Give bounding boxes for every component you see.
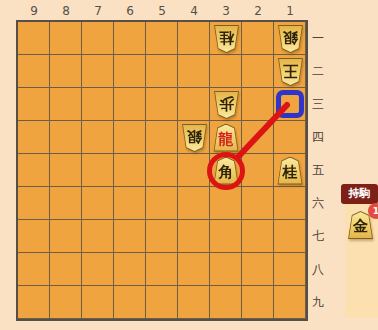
board-square-5五[interactable] xyxy=(146,154,178,187)
board-square-7九[interactable] xyxy=(82,286,114,319)
shogi-board xyxy=(16,20,308,321)
board-square-7五[interactable] xyxy=(82,154,114,187)
piece-gote-銀-4四[interactable]: 銀 xyxy=(181,124,208,152)
board-square-2七[interactable] xyxy=(242,220,274,253)
rank-label-八: 八 xyxy=(310,253,326,286)
piece-glyph-歩: 歩 xyxy=(213,96,240,111)
board-square-2四[interactable] xyxy=(242,121,274,154)
rank-label-三: 三 xyxy=(310,88,326,121)
file-label-8: 8 xyxy=(50,3,82,19)
board-square-7三[interactable] xyxy=(82,88,114,121)
rank-label-九: 九 xyxy=(310,286,326,319)
board-square-3七[interactable] xyxy=(210,220,242,253)
board-square-6四[interactable] xyxy=(114,121,146,154)
board-square-8九[interactable] xyxy=(50,286,82,319)
board-square-7八[interactable] xyxy=(82,253,114,286)
piece-glyph-金: 金 xyxy=(347,219,374,234)
file-label-1: 1 xyxy=(274,3,306,19)
board-square-8四[interactable] xyxy=(50,121,82,154)
selected-piece-circle xyxy=(207,152,245,190)
board-square-6三[interactable] xyxy=(114,88,146,121)
board-square-2三[interactable] xyxy=(242,88,274,121)
board-square-5六[interactable] xyxy=(146,187,178,220)
board-square-4六[interactable] xyxy=(178,187,210,220)
board-square-5一[interactable] xyxy=(146,22,178,55)
board-square-5七[interactable] xyxy=(146,220,178,253)
file-label-2: 2 xyxy=(242,3,274,19)
move-target-highlight[interactable] xyxy=(276,90,304,118)
piece-glyph-龍: 龍 xyxy=(213,132,240,147)
piece-sente-龍-3四[interactable]: 龍 xyxy=(213,124,240,152)
board-square-5九[interactable] xyxy=(146,286,178,319)
board-square-4三[interactable] xyxy=(178,88,210,121)
board-square-8三[interactable] xyxy=(50,88,82,121)
board-square-1六[interactable] xyxy=(274,187,306,220)
board-square-4五[interactable] xyxy=(178,154,210,187)
board-square-1九[interactable] xyxy=(274,286,306,319)
piece-glyph-銀: 銀 xyxy=(277,30,304,45)
board-square-9二[interactable] xyxy=(18,55,50,88)
piece-glyph-王: 王 xyxy=(277,63,304,78)
board-square-9四[interactable] xyxy=(18,121,50,154)
board-square-8一[interactable] xyxy=(50,22,82,55)
board-square-9六[interactable] xyxy=(18,187,50,220)
board-square-2五[interactable] xyxy=(242,154,274,187)
board-square-1七[interactable] xyxy=(274,220,306,253)
board-square-5八[interactable] xyxy=(146,253,178,286)
board-square-3八[interactable] xyxy=(210,253,242,286)
board-square-9八[interactable] xyxy=(18,253,50,286)
file-label-5: 5 xyxy=(146,3,178,19)
board-square-8五[interactable] xyxy=(50,154,82,187)
board-square-9三[interactable] xyxy=(18,88,50,121)
board-square-5四[interactable] xyxy=(146,121,178,154)
board-square-9一[interactable] xyxy=(18,22,50,55)
hand-piece-金[interactable]: 金 xyxy=(347,211,374,239)
board-square-6七[interactable] xyxy=(114,220,146,253)
file-label-3: 3 xyxy=(210,3,242,19)
board-square-7七[interactable] xyxy=(82,220,114,253)
board-square-6一[interactable] xyxy=(114,22,146,55)
board-square-4九[interactable] xyxy=(178,286,210,319)
board-square-7四[interactable] xyxy=(82,121,114,154)
rank-label-四: 四 xyxy=(310,121,326,154)
board-square-4二[interactable] xyxy=(178,55,210,88)
board-square-6九[interactable] xyxy=(114,286,146,319)
board-square-6五[interactable] xyxy=(114,154,146,187)
piece-gote-王-1二[interactable]: 王 xyxy=(277,58,304,86)
rank-label-一: 一 xyxy=(310,22,326,55)
board-square-1四[interactable] xyxy=(274,121,306,154)
board-square-8二[interactable] xyxy=(50,55,82,88)
board-square-3二[interactable] xyxy=(210,55,242,88)
piece-glyph-桂: 桂 xyxy=(213,30,240,45)
file-label-4: 4 xyxy=(178,3,210,19)
board-square-8七[interactable] xyxy=(50,220,82,253)
piece-glyph-銀: 銀 xyxy=(181,129,208,144)
board-square-7六[interactable] xyxy=(82,187,114,220)
board-square-5二[interactable] xyxy=(146,55,178,88)
board-square-9七[interactable] xyxy=(18,220,50,253)
board-square-3九[interactable] xyxy=(210,286,242,319)
file-label-9: 9 xyxy=(18,3,50,19)
board-square-2一[interactable] xyxy=(242,22,274,55)
rank-label-二: 二 xyxy=(310,55,326,88)
board-square-6八[interactable] xyxy=(114,253,146,286)
piece-gote-歩-3三[interactable]: 歩 xyxy=(213,91,240,119)
board-square-2九[interactable] xyxy=(242,286,274,319)
board-square-1八[interactable] xyxy=(274,253,306,286)
board-square-3六[interactable] xyxy=(210,187,242,220)
board-square-6六[interactable] xyxy=(114,187,146,220)
board-square-8六[interactable] xyxy=(50,187,82,220)
file-label-6: 6 xyxy=(114,3,146,19)
board-square-2八[interactable] xyxy=(242,253,274,286)
rank-label-五: 五 xyxy=(310,154,326,187)
piece-glyph-桂: 桂 xyxy=(277,165,304,180)
board-square-9九[interactable] xyxy=(18,286,50,319)
piece-gote-桂-3一[interactable]: 桂 xyxy=(213,25,240,53)
board-square-4七[interactable] xyxy=(178,220,210,253)
rank-label-六: 六 xyxy=(310,187,326,220)
board-square-2六[interactable] xyxy=(242,187,274,220)
board-square-4八[interactable] xyxy=(178,253,210,286)
board-square-2二[interactable] xyxy=(242,55,274,88)
board-square-6二[interactable] xyxy=(114,55,146,88)
piece-sente-桂-1五[interactable]: 桂 xyxy=(277,157,304,185)
board-square-7二[interactable] xyxy=(82,55,114,88)
board-square-8八[interactable] xyxy=(50,253,82,286)
board-square-9五[interactable] xyxy=(18,154,50,187)
board-square-5三[interactable] xyxy=(146,88,178,121)
piece-gote-銀-1一[interactable]: 銀 xyxy=(277,25,304,53)
shogi-app-screen: 987654321 一二三四五六七八九 桂銀王歩銀龍角桂 持駒 1 金 xyxy=(0,0,378,330)
hand-panel-label: 持駒 xyxy=(341,184,378,204)
board-square-4一[interactable] xyxy=(178,22,210,55)
file-label-7: 7 xyxy=(82,3,114,19)
rank-label-七: 七 xyxy=(310,220,326,253)
board-square-7一[interactable] xyxy=(82,22,114,55)
